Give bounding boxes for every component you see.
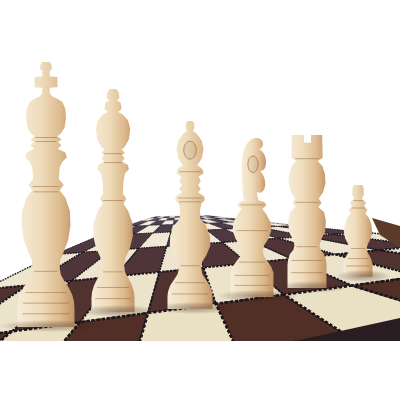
piece-shadow <box>78 305 157 317</box>
king-figure <box>17 62 75 327</box>
piece-white-king[interactable] <box>17 62 75 327</box>
rook-figure <box>287 135 327 288</box>
piece-shadow <box>276 281 348 293</box>
piece-shadow <box>336 270 390 282</box>
piece-white-bishop[interactable] <box>167 121 213 309</box>
knight-figure <box>230 131 274 297</box>
piece-white-pawn[interactable] <box>343 185 373 277</box>
piece-white-rook[interactable] <box>287 135 327 288</box>
piece-white-queen[interactable] <box>91 89 135 312</box>
queen-figure <box>91 89 135 312</box>
bishop-figure <box>167 121 213 309</box>
piece-shadow <box>0 320 103 332</box>
chess-set-photo <box>0 0 400 400</box>
piece-shadow <box>154 302 237 314</box>
piece-white-knight[interactable] <box>230 131 274 297</box>
piece-shadow <box>217 290 296 302</box>
pawn-figure <box>343 185 373 277</box>
